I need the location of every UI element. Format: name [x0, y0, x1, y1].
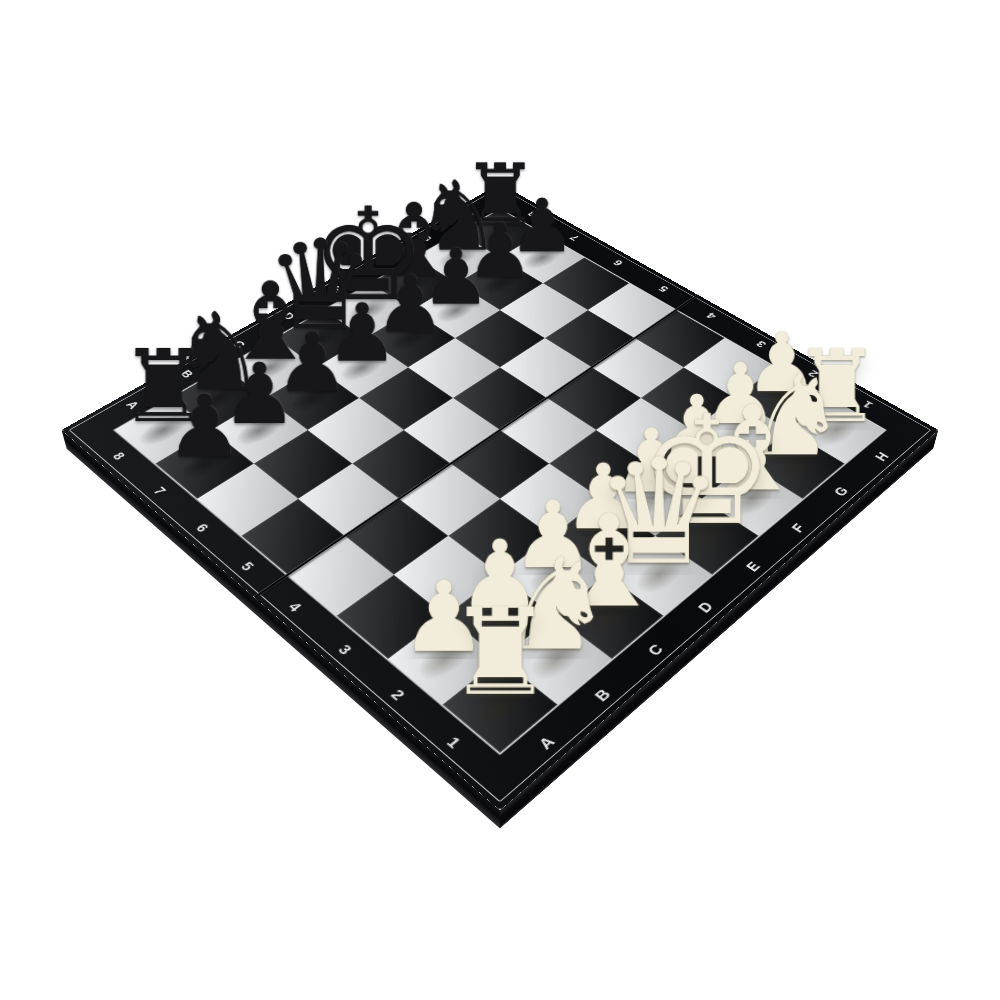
pieces-layer: ♜♞♟♝♟♚♟♛♟♝♟♞♟♟♜♟♟♜♟♟♞♟♝♟♚♟♛♟♝♟♞♜ [62, 184, 939, 811]
black-pawn-glyph: ♟ [166, 384, 243, 470]
board-frame: AABBCCDDEEFFGGHH8877665544332211 ♜♞♟♝♟♚♟… [62, 184, 939, 811]
scene: AABBCCDDEEFFGGHH8877665544332211 ♜♞♟♝♟♚♟… [0, 0, 1000, 1000]
white-rook-glyph: ♜ [446, 593, 553, 713]
photo-background: AABBCCDDEEFFGGHH8877665544332211 ♜♞♟♝♟♚♟… [0, 0, 1000, 1000]
chess-board: AABBCCDDEEFFGGHH8877665544332211 ♜♞♟♝♟♚♟… [62, 184, 939, 811]
